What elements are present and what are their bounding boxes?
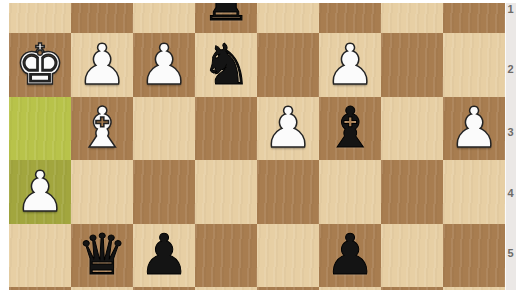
piece-white-pawn: ♟: [263, 100, 313, 156]
square-e2[interactable]: ♞: [195, 33, 257, 97]
square-e5[interactable]: [195, 224, 257, 288]
square-d1[interactable]: [257, 0, 319, 33]
square-a4[interactable]: [443, 160, 505, 224]
square-g4[interactable]: [71, 160, 133, 224]
square-h2[interactable]: ♚: [9, 33, 71, 97]
piece-black-knight: ♞: [201, 37, 251, 93]
square-h1[interactable]: [9, 0, 71, 33]
square-c4[interactable]: [319, 160, 381, 224]
square-b2[interactable]: [381, 33, 443, 97]
square-f2[interactable]: ♟: [133, 33, 195, 97]
rank-labels-gutter: 12345: [505, 0, 516, 290]
square-a5[interactable]: [443, 224, 505, 288]
piece-black-bishop: ♝: [325, 100, 375, 156]
square-a1[interactable]: [443, 0, 505, 33]
square-b3[interactable]: [381, 97, 443, 161]
square-a2[interactable]: [443, 33, 505, 97]
square-a3[interactable]: ♟: [443, 97, 505, 161]
piece-white-bishop: ♝: [77, 100, 127, 156]
rank-label-2: 2: [505, 63, 516, 75]
square-d5[interactable]: [257, 224, 319, 288]
square-g3[interactable]: ♝: [71, 97, 133, 161]
piece-white-pawn: ♟: [139, 37, 189, 93]
square-b1[interactable]: [381, 0, 443, 33]
square-b5[interactable]: [381, 224, 443, 288]
piece-black-queen: ♛: [77, 227, 127, 283]
square-c1[interactable]: [319, 0, 381, 33]
square-f5[interactable]: ♟: [133, 224, 195, 288]
piece-white-pawn: ♟: [449, 100, 499, 156]
square-g5[interactable]: ♛: [71, 224, 133, 288]
square-f4[interactable]: [133, 160, 195, 224]
piece-black-pawn: ♟: [325, 227, 375, 283]
square-d4[interactable]: [257, 160, 319, 224]
piece-white-pawn: ♟: [325, 37, 375, 93]
rank-label-1: 1: [505, 3, 516, 15]
piece-white-king: ♚: [15, 37, 65, 93]
top-margin: [0, 0, 516, 3]
left-margin: [0, 0, 9, 290]
square-b4[interactable]: [381, 160, 443, 224]
rank-label-4: 4: [505, 187, 516, 199]
square-c3[interactable]: ♝: [319, 97, 381, 161]
square-h3[interactable]: [9, 97, 71, 161]
piece-black-rook: ♜: [201, 0, 251, 29]
square-f3[interactable]: [133, 97, 195, 161]
piece-white-pawn: ♟: [15, 164, 65, 220]
square-d2[interactable]: [257, 33, 319, 97]
square-e4[interactable]: [195, 160, 257, 224]
square-d3[interactable]: ♟: [257, 97, 319, 161]
piece-white-pawn: ♟: [77, 37, 127, 93]
square-c2[interactable]: ♟: [319, 33, 381, 97]
square-f1[interactable]: [133, 0, 195, 33]
square-c5[interactable]: ♟: [319, 224, 381, 288]
square-h5[interactable]: [9, 224, 71, 288]
rank-label-3: 3: [505, 126, 516, 138]
square-e1[interactable]: ♜: [195, 0, 257, 33]
square-h4[interactable]: ♟: [9, 160, 71, 224]
chess-board: ♜♚♟♟♞♟♝♟♝♟♟♛♟♟: [9, 0, 505, 290]
rank-label-5: 5: [505, 247, 516, 259]
piece-black-pawn: ♟: [139, 227, 189, 283]
square-g1[interactable]: [71, 0, 133, 33]
chess-board-viewport: ♜♚♟♟♞♟♝♟♝♟♟♛♟♟ 12345: [0, 0, 516, 290]
square-e3[interactable]: [195, 97, 257, 161]
square-g2[interactable]: ♟: [71, 33, 133, 97]
